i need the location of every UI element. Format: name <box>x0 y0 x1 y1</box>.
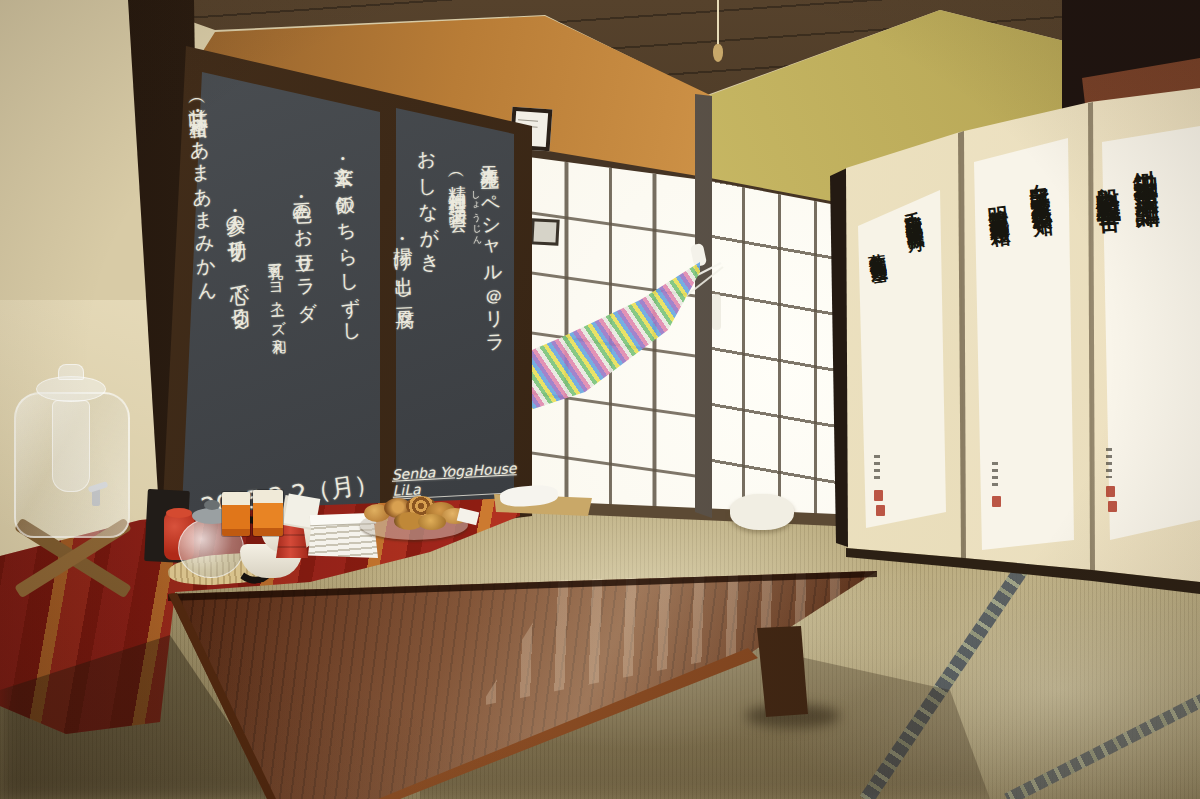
window-grid-right[interactable] <box>706 178 836 549</box>
menu-heading: おしながき <box>416 138 440 267</box>
screen-signature-3 <box>1106 448 1112 478</box>
screen-seal-3 <box>1106 486 1115 497</box>
screen-seal-1 <box>874 490 883 501</box>
menu-furigana: しょうじん <box>470 184 481 241</box>
screen-poem-3-col-b: 盤中飧粒粒皆辛苦 <box>1093 167 1120 193</box>
tea-box-1[interactable] <box>222 492 250 536</box>
pillar-plaque <box>530 218 559 245</box>
screen-poem-2-col-b: 明鏡裏何處得秋霜 <box>985 189 1008 215</box>
light-pull-cord[interactable] <box>717 0 719 48</box>
screen-poem-1-col-b: 蓑笠翁獨釣寒江雪 <box>865 239 885 257</box>
red-canister-lid <box>166 508 192 518</box>
screen-signature-2 <box>992 462 998 490</box>
dispenser-lid-knob <box>58 364 84 380</box>
white-cushion <box>730 494 794 530</box>
pastry-danish-3 <box>418 514 446 530</box>
menu-item-tofu: ・揚げ出し豆腐 <box>392 228 414 300</box>
tea-box-2[interactable] <box>253 490 283 536</box>
tatami-room-photo: 千山鳥飛絶萬徑人蹤滅孤舟 蓑笠翁獨釣寒江雪 白髮三千丈緣愁似箇長不知 明鏡裏何處… <box>0 0 1200 799</box>
light-pull-knob[interactable] <box>713 44 723 62</box>
screen-seal-2 <box>992 496 1001 507</box>
screen-seal-1b <box>876 505 885 516</box>
screen-seal-3b <box>1108 501 1117 512</box>
menu-subtitle: （精神料理講習会） <box>446 166 466 212</box>
screen-poem-2-col-a: 白髮三千丈緣愁似箇長不知 <box>1026 167 1051 205</box>
screen-signature-1 <box>874 455 880 483</box>
screen-poem-1-col-a: 千山鳥飛絶萬徑人蹤滅孤舟 <box>900 197 921 223</box>
teapot-knob <box>204 500 220 510</box>
hanging-rope-end <box>712 294 721 330</box>
screen-poem-3-col-a: 鋤禾日當午汗滴禾下土誰知 <box>1131 151 1159 189</box>
dispenser-infuser <box>52 400 90 492</box>
